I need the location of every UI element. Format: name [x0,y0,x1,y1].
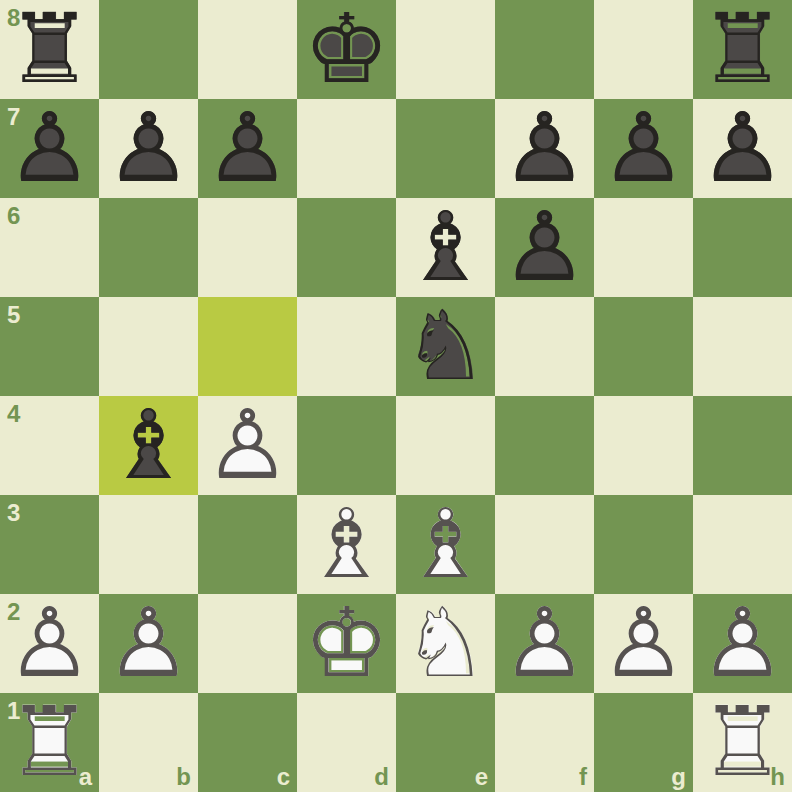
black-bishop-outline: ♗ [396,198,495,297]
file-label-b: b [176,763,191,791]
white-pawn-body: ♟ [693,594,792,693]
square-e1[interactable]: e [396,693,495,792]
piece-black-pawn[interactable]: ♟♙ [198,99,297,198]
square-b5[interactable] [99,297,198,396]
square-e5[interactable]: ♞♘ [396,297,495,396]
piece-white-rook[interactable]: ♜♖ [693,693,792,792]
file-label-d: d [374,763,389,791]
piece-black-pawn[interactable]: ♟♙ [693,99,792,198]
square-c3[interactable] [198,495,297,594]
square-a8[interactable]: 8♜♖ [0,0,99,99]
piece-white-knight[interactable]: ♞♘ [396,594,495,693]
square-d2[interactable]: ♚♔ [297,594,396,693]
square-a5[interactable]: 5 [0,297,99,396]
square-g8[interactable] [594,0,693,99]
file-label-e: e [475,763,488,791]
rank-label-3: 3 [7,499,20,527]
white-bishop-outline: ♗ [396,495,495,594]
black-pawn-body: ♟ [594,99,693,198]
white-pawn-body: ♟ [0,594,99,693]
rank-label-5: 5 [7,301,20,329]
piece-white-pawn[interactable]: ♟♙ [495,594,594,693]
square-d1[interactable]: d [297,693,396,792]
piece-white-rook[interactable]: ♜♖ [0,693,99,792]
file-label-c: c [277,763,290,791]
square-d8[interactable]: ♚♔ [297,0,396,99]
square-a2[interactable]: 2♟♙ [0,594,99,693]
square-e8[interactable] [396,0,495,99]
piece-white-pawn[interactable]: ♟♙ [693,594,792,693]
black-pawn-body: ♟ [693,99,792,198]
square-h5[interactable] [693,297,792,396]
piece-black-rook[interactable]: ♜♖ [0,0,99,99]
white-rook-outline: ♖ [0,693,99,792]
white-bishop-body: ♝ [396,495,495,594]
black-pawn-body: ♟ [99,99,198,198]
file-label-f: f [579,763,587,791]
white-pawn-outline: ♙ [99,594,198,693]
white-pawn-body: ♟ [594,594,693,693]
black-king-outline: ♔ [297,0,396,99]
white-pawn-body: ♟ [495,594,594,693]
piece-black-bishop[interactable]: ♝♗ [99,396,198,495]
square-b1[interactable]: b [99,693,198,792]
black-rook-body: ♜ [693,0,792,99]
square-g3[interactable] [594,495,693,594]
black-pawn-body: ♟ [0,99,99,198]
square-h2[interactable]: ♟♙ [693,594,792,693]
square-f5[interactable] [495,297,594,396]
square-f3[interactable] [495,495,594,594]
square-f8[interactable] [495,0,594,99]
square-e4[interactable] [396,396,495,495]
black-pawn-body: ♟ [495,198,594,297]
square-h3[interactable] [693,495,792,594]
white-pawn-outline: ♙ [693,594,792,693]
black-pawn-body: ♟ [198,99,297,198]
square-a4[interactable]: 4 [0,396,99,495]
white-pawn-outline: ♙ [0,594,99,693]
square-a6[interactable]: 6 [0,198,99,297]
black-rook-body: ♜ [0,0,99,99]
square-a1[interactable]: 1a♜♖ [0,693,99,792]
piece-black-pawn[interactable]: ♟♙ [594,99,693,198]
black-pawn-outline: ♙ [594,99,693,198]
square-g5[interactable] [594,297,693,396]
black-pawn-outline: ♙ [693,99,792,198]
square-g7[interactable]: ♟♙ [594,99,693,198]
white-pawn-body: ♟ [198,396,297,495]
square-h1[interactable]: h♜♖ [693,693,792,792]
piece-white-bishop[interactable]: ♝♗ [297,495,396,594]
square-g1[interactable]: g [594,693,693,792]
square-a3[interactable]: 3 [0,495,99,594]
white-pawn-outline: ♙ [495,594,594,693]
white-knight-outline: ♘ [396,594,495,693]
square-f7[interactable]: ♟♙ [495,99,594,198]
piece-black-knight[interactable]: ♞♘ [396,297,495,396]
white-pawn-outline: ♙ [198,396,297,495]
white-king-body: ♚ [297,594,396,693]
piece-black-pawn[interactable]: ♟♙ [495,99,594,198]
square-c4[interactable]: ♟♙ [198,396,297,495]
piece-black-pawn[interactable]: ♟♙ [495,198,594,297]
piece-white-pawn[interactable]: ♟♙ [198,396,297,495]
square-c8[interactable] [198,0,297,99]
piece-white-bishop[interactable]: ♝♗ [396,495,495,594]
white-king-outline: ♔ [297,594,396,693]
white-rook-body: ♜ [0,693,99,792]
square-b2[interactable]: ♟♙ [99,594,198,693]
black-bishop-body: ♝ [396,198,495,297]
black-rook-outline: ♖ [0,0,99,99]
black-pawn-outline: ♙ [99,99,198,198]
square-g2[interactable]: ♟♙ [594,594,693,693]
black-pawn-body: ♟ [495,99,594,198]
square-d6[interactable] [297,198,396,297]
black-knight-body: ♞ [396,297,495,396]
square-e7[interactable] [396,99,495,198]
black-bishop-body: ♝ [99,396,198,495]
square-h4[interactable] [693,396,792,495]
white-bishop-outline: ♗ [297,495,396,594]
black-pawn-outline: ♙ [0,99,99,198]
black-knight-outline: ♘ [396,297,495,396]
square-g4[interactable] [594,396,693,495]
square-e2[interactable]: ♞♘ [396,594,495,693]
square-d7[interactable] [297,99,396,198]
piece-black-bishop[interactable]: ♝♗ [396,198,495,297]
black-pawn-outline: ♙ [495,99,594,198]
piece-white-pawn[interactable]: ♟♙ [99,594,198,693]
file-label-g: g [671,763,686,791]
square-d3[interactable]: ♝♗ [297,495,396,594]
square-h6[interactable] [693,198,792,297]
square-f1[interactable]: f [495,693,594,792]
square-c2[interactable] [198,594,297,693]
piece-white-pawn[interactable]: ♟♙ [0,594,99,693]
square-f4[interactable] [495,396,594,495]
piece-black-king[interactable]: ♚♔ [297,0,396,99]
white-pawn-outline: ♙ [594,594,693,693]
white-rook-body: ♜ [693,693,792,792]
square-c1[interactable]: c [198,693,297,792]
square-b3[interactable] [99,495,198,594]
square-d5[interactable] [297,297,396,396]
black-king-body: ♚ [297,0,396,99]
chess-board: 8♜♖♚♔♜♖7♟♙♟♙♟♙♟♙♟♙♟♙6♝♗♟♙5♞♘4♝♗♟♙3♝♗♝♗2♟… [0,0,792,792]
black-pawn-outline: ♙ [198,99,297,198]
white-bishop-body: ♝ [297,495,396,594]
square-b8[interactable] [99,0,198,99]
white-rook-outline: ♖ [693,693,792,792]
square-h8[interactable]: ♜♖ [693,0,792,99]
square-h7[interactable]: ♟♙ [693,99,792,198]
square-b6[interactable] [99,198,198,297]
square-g6[interactable] [594,198,693,297]
white-pawn-body: ♟ [99,594,198,693]
black-bishop-outline: ♗ [99,396,198,495]
piece-white-pawn[interactable]: ♟♙ [594,594,693,693]
piece-white-king[interactable]: ♚♔ [297,594,396,693]
square-d4[interactable] [297,396,396,495]
white-knight-body: ♞ [396,594,495,693]
square-f2[interactable]: ♟♙ [495,594,594,693]
square-e3[interactable]: ♝♗ [396,495,495,594]
rank-label-4: 4 [7,400,20,428]
black-pawn-outline: ♙ [495,198,594,297]
black-rook-outline: ♖ [693,0,792,99]
piece-black-rook[interactable]: ♜♖ [693,0,792,99]
rank-label-6: 6 [7,202,20,230]
square-c5[interactable] [198,297,297,396]
square-c7[interactable]: ♟♙ [198,99,297,198]
square-f6[interactable]: ♟♙ [495,198,594,297]
square-b7[interactable]: ♟♙ [99,99,198,198]
square-a7[interactable]: 7♟♙ [0,99,99,198]
piece-black-pawn[interactable]: ♟♙ [0,99,99,198]
square-b4[interactable]: ♝♗ [99,396,198,495]
piece-black-pawn[interactable]: ♟♙ [99,99,198,198]
square-e6[interactable]: ♝♗ [396,198,495,297]
square-c6[interactable] [198,198,297,297]
